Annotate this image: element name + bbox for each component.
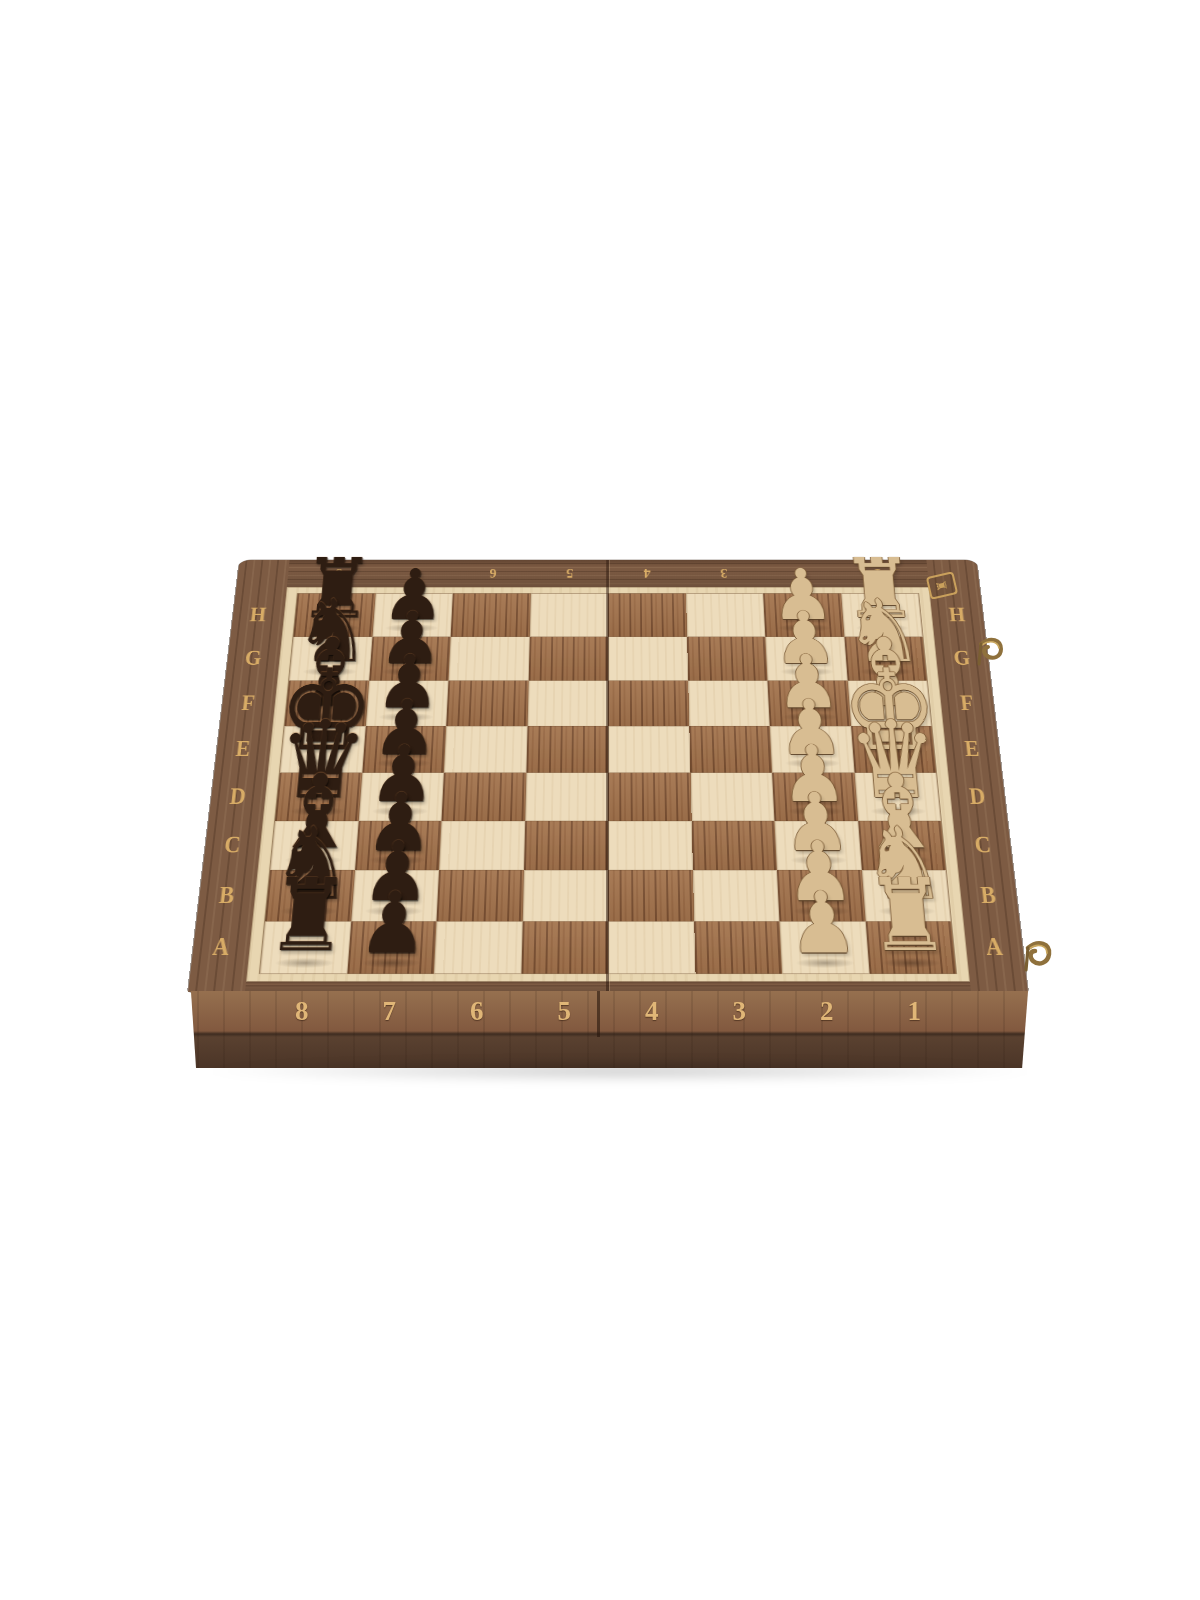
file-label-left-E: E [235,737,253,762]
rank-label-far-6: 6 [488,566,496,581]
file-label-left-G: G [244,647,264,671]
chess-board-3d-scene: HHGGFFEEDDCCBBAA87654321 ♜♟♟♜♞♟♟♞♝♟♟♝♚♟♟… [188,560,1028,992]
piece-cell-h3 [686,594,766,637]
piece-cell-d3 [690,773,774,821]
brass-clasp-icon [1023,936,1055,978]
piece-cell-e6 [444,726,527,773]
piece-cell-g4 [608,636,688,680]
file-label-right-H: H [948,603,967,626]
file-label-left-F: F [240,691,257,715]
rank-label-near-5: 5 [558,996,572,1027]
rook-logo-icon: ♜ [934,578,949,592]
piece-cell-b4 [608,870,694,921]
rank-label-near-1: 1 [908,996,922,1027]
piece-cell-a6 [434,921,522,974]
file-label-left-D: D [228,784,248,810]
black-rook-a8: ♜ [263,869,352,964]
file-label-left-H: H [249,603,268,626]
piece-cell-f4 [608,681,689,726]
piece-cell-g5 [528,636,608,680]
piece-cell-g6 [449,636,530,680]
piece-cell-a5 [521,921,608,974]
rank-label-far-4: 4 [642,566,650,581]
piece-cell-a8: ♜ [260,921,351,974]
file-label-right-E: E [963,737,981,762]
rank-label-near-3: 3 [733,996,747,1027]
piece-cell-c4 [608,821,692,870]
piece-cell-f5 [527,681,608,726]
piece-cell-h5 [529,594,608,637]
piece-cell-c6 [439,821,525,870]
piece-cell-d4 [608,773,691,821]
file-label-left-C: C [223,832,243,858]
ground-shadow [206,1060,1034,1082]
piece-cell-e4 [608,726,690,773]
file-label-left-A: A [211,933,232,961]
front-bevel-and-side: 87654321 [185,991,1034,1068]
piece-cell-f6 [446,681,528,726]
piece-cell-d5 [525,773,608,821]
rank-label-far-3: 3 [719,566,727,581]
piece-cell-c5 [524,821,608,870]
pieces-layer: ♜♟♟♜♞♟♟♞♝♟♟♝♚♟♟♚♛♟♟♛♝♟♟♝♞♟♟♞♜♟♟♜ [260,594,956,974]
file-label-right-A: A [984,933,1005,961]
piece-cell-a7: ♟ [347,921,437,974]
rank-label-near-2: 2 [820,996,834,1027]
fold-seam-front [597,991,600,1037]
piece-cell-h4 [608,594,687,637]
white-pawn-a2: ♟ [786,883,860,964]
piece-cell-d6 [442,773,526,821]
file-label-right-G: G [953,647,973,671]
rank-label-far-5: 5 [565,566,573,581]
brass-clasp-icon [977,634,1007,672]
rank-label-near-4: 4 [645,996,659,1027]
piece-cell-b3 [692,870,779,921]
file-label-right-D: D [968,784,988,810]
white-rook-a1: ♜ [864,869,953,964]
rank-label-near-8: 8 [295,996,309,1027]
piece-cell-a2: ♟ [779,921,869,974]
piece-cell-h6 [451,594,531,637]
piece-cell-b5 [522,870,608,921]
piece-cell-a4 [608,921,695,974]
piece-cell-e5 [526,726,608,773]
product-photo-stage: HHGGFFEEDDCCBBAA87654321 ♜♟♟♜♞♟♟♞♝♟♟♝♚♟♟… [0,0,1200,1600]
file-label-right-C: C [973,832,993,858]
black-pawn-a7: ♟ [356,883,430,964]
piece-cell-g3 [687,636,768,680]
file-label-right-B: B [979,882,998,909]
file-label-right-F: F [959,691,976,715]
piece-cell-b6 [437,870,524,921]
piece-cell-f3 [688,681,770,726]
piece-cell-a1: ♜ [865,921,956,974]
piece-cell-c3 [691,821,777,870]
file-label-left-B: B [218,882,237,909]
piece-cell-e3 [689,726,772,773]
piece-cell-a3 [694,921,782,974]
rank-label-near-7: 7 [383,996,397,1027]
rank-label-near-6: 6 [470,996,484,1027]
